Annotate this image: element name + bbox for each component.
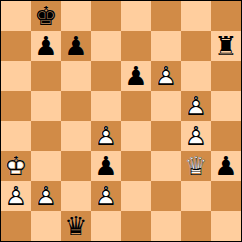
square-d8[interactable] xyxy=(91,1,121,31)
white-pawn[interactable]: ♟♙ xyxy=(31,181,61,211)
black-piece-glyph: ♟ xyxy=(91,151,121,181)
black-pawn[interactable]: ♟ xyxy=(211,151,241,181)
white-piece-outline: ♙ xyxy=(91,181,121,211)
black-piece-glyph: ♜ xyxy=(211,31,241,61)
square-c1[interactable]: ♛ xyxy=(61,211,91,241)
square-b8[interactable]: ♚ xyxy=(31,1,61,31)
square-e1[interactable] xyxy=(121,211,151,241)
white-piece-outline: ♙ xyxy=(181,121,211,151)
square-h8[interactable] xyxy=(211,1,241,31)
square-h2[interactable] xyxy=(211,181,241,211)
square-c7[interactable]: ♟ xyxy=(61,31,91,61)
square-g1[interactable] xyxy=(181,211,211,241)
white-pawn[interactable]: ♟♙ xyxy=(151,61,181,91)
white-king[interactable]: ♚♔ xyxy=(1,151,31,181)
square-d2[interactable]: ♟♙ xyxy=(91,181,121,211)
black-piece-glyph: ♟ xyxy=(121,61,151,91)
square-e3[interactable] xyxy=(121,151,151,181)
black-pawn[interactable]: ♟ xyxy=(61,31,91,61)
white-queen[interactable]: ♛♕ xyxy=(181,151,211,181)
square-c8[interactable] xyxy=(61,1,91,31)
square-f2[interactable] xyxy=(151,181,181,211)
square-c5[interactable] xyxy=(61,91,91,121)
white-pawn[interactable]: ♟♙ xyxy=(181,91,211,121)
square-c4[interactable] xyxy=(61,121,91,151)
black-pawn[interactable]: ♟ xyxy=(91,151,121,181)
square-b7[interactable]: ♟ xyxy=(31,31,61,61)
black-piece-glyph: ♚ xyxy=(31,1,61,31)
square-e2[interactable] xyxy=(121,181,151,211)
square-h7[interactable]: ♜ xyxy=(211,31,241,61)
square-d6[interactable] xyxy=(91,61,121,91)
white-piece-outline: ♙ xyxy=(151,61,181,91)
square-d4[interactable]: ♟♙ xyxy=(91,121,121,151)
square-b3[interactable] xyxy=(31,151,61,181)
black-king[interactable]: ♚ xyxy=(31,1,61,31)
square-f8[interactable] xyxy=(151,1,181,31)
black-piece-glyph: ♛ xyxy=(61,211,91,241)
square-e5[interactable] xyxy=(121,91,151,121)
square-f1[interactable] xyxy=(151,211,181,241)
square-d7[interactable] xyxy=(91,31,121,61)
square-f7[interactable] xyxy=(151,31,181,61)
square-a3[interactable]: ♚♔ xyxy=(1,151,31,181)
square-e6[interactable]: ♟ xyxy=(121,61,151,91)
square-h3[interactable]: ♟ xyxy=(211,151,241,181)
white-pawn[interactable]: ♟♙ xyxy=(181,121,211,151)
white-piece-outline: ♙ xyxy=(91,121,121,151)
square-e8[interactable] xyxy=(121,1,151,31)
square-g7[interactable] xyxy=(181,31,211,61)
square-a4[interactable] xyxy=(1,121,31,151)
square-b2[interactable]: ♟♙ xyxy=(31,181,61,211)
white-piece-outline: ♙ xyxy=(1,181,31,211)
square-h6[interactable] xyxy=(211,61,241,91)
square-b6[interactable] xyxy=(31,61,61,91)
white-piece-outline: ♙ xyxy=(31,181,61,211)
square-c3[interactable] xyxy=(61,151,91,181)
square-g5[interactable]: ♟♙ xyxy=(181,91,211,121)
square-f4[interactable] xyxy=(151,121,181,151)
white-pawn[interactable]: ♟♙ xyxy=(91,121,121,151)
square-e7[interactable] xyxy=(121,31,151,61)
square-h4[interactable] xyxy=(211,121,241,151)
white-piece-outline: ♙ xyxy=(181,91,211,121)
black-piece-glyph: ♟ xyxy=(211,151,241,181)
square-e4[interactable] xyxy=(121,121,151,151)
square-g8[interactable] xyxy=(181,1,211,31)
square-f3[interactable] xyxy=(151,151,181,181)
white-piece-outline: ♕ xyxy=(181,151,211,181)
square-f6[interactable]: ♟♙ xyxy=(151,61,181,91)
square-g4[interactable]: ♟♙ xyxy=(181,121,211,151)
square-d5[interactable] xyxy=(91,91,121,121)
white-pawn[interactable]: ♟♙ xyxy=(91,181,121,211)
square-h1[interactable] xyxy=(211,211,241,241)
black-rook[interactable]: ♜ xyxy=(211,31,241,61)
square-a1[interactable] xyxy=(1,211,31,241)
black-piece-glyph: ♟ xyxy=(61,31,91,61)
square-g6[interactable] xyxy=(181,61,211,91)
square-g3[interactable]: ♛♕ xyxy=(181,151,211,181)
square-b4[interactable] xyxy=(31,121,61,151)
square-a8[interactable] xyxy=(1,1,31,31)
white-pawn[interactable]: ♟♙ xyxy=(1,181,31,211)
black-piece-glyph: ♟ xyxy=(31,31,61,61)
square-a7[interactable] xyxy=(1,31,31,61)
square-d1[interactable] xyxy=(91,211,121,241)
black-queen[interactable]: ♛ xyxy=(61,211,91,241)
square-g2[interactable] xyxy=(181,181,211,211)
square-b1[interactable] xyxy=(31,211,61,241)
square-a2[interactable]: ♟♙ xyxy=(1,181,31,211)
square-c2[interactable] xyxy=(61,181,91,211)
chess-board: ♚♟♟♜♟♟♙♟♙♟♙♟♙♚♔♟♛♕♟♟♙♟♙♟♙♛ xyxy=(0,0,242,242)
black-pawn[interactable]: ♟ xyxy=(31,31,61,61)
square-a5[interactable] xyxy=(1,91,31,121)
square-h5[interactable] xyxy=(211,91,241,121)
square-a6[interactable] xyxy=(1,61,31,91)
black-pawn[interactable]: ♟ xyxy=(121,61,151,91)
square-d3[interactable]: ♟ xyxy=(91,151,121,181)
square-c6[interactable] xyxy=(61,61,91,91)
square-f5[interactable] xyxy=(151,91,181,121)
white-piece-outline: ♔ xyxy=(1,151,31,181)
square-b5[interactable] xyxy=(31,91,61,121)
